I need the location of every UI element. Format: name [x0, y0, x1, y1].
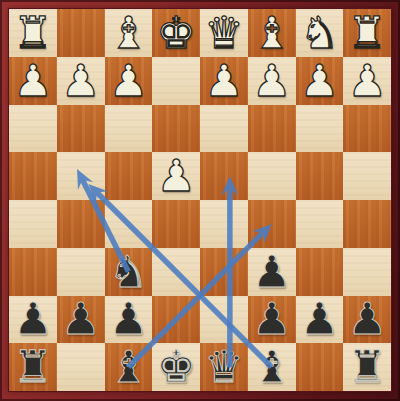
- piece-black-rook-a8[interactable]: ♜: [343, 343, 391, 391]
- square-b2[interactable]: ♟: [296, 57, 344, 105]
- square-g7[interactable]: ♟: [57, 296, 105, 344]
- square-c3[interactable]: [248, 105, 296, 153]
- square-h2[interactable]: ♟: [9, 57, 57, 105]
- square-b4[interactable]: [296, 152, 344, 200]
- square-a7[interactable]: ♟: [343, 296, 391, 344]
- square-d3[interactable]: [200, 105, 248, 153]
- square-h5[interactable]: [9, 200, 57, 248]
- square-a8[interactable]: ♜: [343, 343, 391, 391]
- piece-white-pawn-b2[interactable]: ♟: [296, 57, 344, 105]
- square-b5[interactable]: [296, 200, 344, 248]
- square-e1[interactable]: ♚: [152, 9, 200, 57]
- piece-black-queen-d8[interactable]: ♛: [200, 343, 248, 391]
- piece-black-pawn-c7[interactable]: ♟: [248, 296, 296, 344]
- square-h4[interactable]: [9, 152, 57, 200]
- square-g2[interactable]: ♟: [57, 57, 105, 105]
- square-b8[interactable]: [296, 343, 344, 391]
- square-e6[interactable]: [152, 248, 200, 296]
- square-e4[interactable]: ♟: [152, 152, 200, 200]
- square-g3[interactable]: [57, 105, 105, 153]
- piece-black-pawn-g7[interactable]: ♟: [57, 296, 105, 344]
- square-g4[interactable]: [57, 152, 105, 200]
- piece-white-pawn-e4[interactable]: ♟: [152, 152, 200, 200]
- square-h7[interactable]: ♟: [9, 296, 57, 344]
- piece-white-king-e1[interactable]: ♚: [152, 9, 200, 57]
- square-d1[interactable]: ♛: [200, 9, 248, 57]
- square-a3[interactable]: [343, 105, 391, 153]
- square-g1[interactable]: [57, 9, 105, 57]
- square-f7[interactable]: ♟: [105, 296, 153, 344]
- piece-white-knight-b1[interactable]: ♞: [296, 9, 344, 57]
- square-c6[interactable]: ♟: [248, 248, 296, 296]
- piece-white-pawn-c2[interactable]: ♟: [248, 57, 296, 105]
- square-f6[interactable]: ♞: [105, 248, 153, 296]
- square-a1[interactable]: ♜: [343, 9, 391, 57]
- piece-black-pawn-c6[interactable]: ♟: [248, 248, 296, 296]
- square-h1[interactable]: ♜: [9, 9, 57, 57]
- square-g8[interactable]: [57, 343, 105, 391]
- square-d2[interactable]: ♟: [200, 57, 248, 105]
- piece-white-bishop-f1[interactable]: ♝: [105, 9, 153, 57]
- square-e2[interactable]: [152, 57, 200, 105]
- square-b3[interactable]: [296, 105, 344, 153]
- square-e5[interactable]: [152, 200, 200, 248]
- square-e7[interactable]: [152, 296, 200, 344]
- piece-black-bishop-f8[interactable]: ♝: [105, 343, 153, 391]
- square-a4[interactable]: [343, 152, 391, 200]
- square-f8[interactable]: ♝: [105, 343, 153, 391]
- piece-white-queen-d1[interactable]: ♛: [200, 9, 248, 57]
- square-c2[interactable]: ♟: [248, 57, 296, 105]
- square-d6[interactable]: [200, 248, 248, 296]
- piece-white-pawn-a2[interactable]: ♟: [343, 57, 391, 105]
- square-c8[interactable]: ♝: [248, 343, 296, 391]
- piece-white-rook-a1[interactable]: ♜: [343, 9, 391, 57]
- piece-black-rook-h8[interactable]: ♜: [9, 343, 57, 391]
- piece-white-rook-h1[interactable]: ♜: [9, 9, 57, 57]
- square-a2[interactable]: ♟: [343, 57, 391, 105]
- square-a5[interactable]: [343, 200, 391, 248]
- square-h8[interactable]: ♜: [9, 343, 57, 391]
- square-h3[interactable]: [9, 105, 57, 153]
- piece-black-pawn-f7[interactable]: ♟: [105, 296, 153, 344]
- square-f1[interactable]: ♝: [105, 9, 153, 57]
- piece-white-bishop-c1[interactable]: ♝: [248, 9, 296, 57]
- square-e8[interactable]: ♚: [152, 343, 200, 391]
- square-f4[interactable]: [105, 152, 153, 200]
- square-b6[interactable]: [296, 248, 344, 296]
- square-g5[interactable]: [57, 200, 105, 248]
- piece-black-king-e8[interactable]: ♚: [152, 343, 200, 391]
- square-f3[interactable]: [105, 105, 153, 153]
- square-b7[interactable]: ♟: [296, 296, 344, 344]
- square-c5[interactable]: [248, 200, 296, 248]
- square-e3[interactable]: [152, 105, 200, 153]
- piece-black-bishop-c8[interactable]: ♝: [248, 343, 296, 391]
- piece-white-pawn-d2[interactable]: ♟: [200, 57, 248, 105]
- square-g6[interactable]: [57, 248, 105, 296]
- square-b1[interactable]: ♞: [296, 9, 344, 57]
- piece-white-pawn-g2[interactable]: ♟: [57, 57, 105, 105]
- square-a6[interactable]: [343, 248, 391, 296]
- board-frame: ♜♝♚♛♝♞♜♟♟♟♟♟♟♟♟♞♟♟♟♟♟♟♟♜♝♚♛♝♜: [0, 0, 400, 401]
- square-d7[interactable]: [200, 296, 248, 344]
- square-d8[interactable]: ♛: [200, 343, 248, 391]
- piece-black-pawn-b7[interactable]: ♟: [296, 296, 344, 344]
- piece-white-pawn-f2[interactable]: ♟: [105, 57, 153, 105]
- square-f5[interactable]: [105, 200, 153, 248]
- piece-black-pawn-h7[interactable]: ♟: [9, 296, 57, 344]
- square-d5[interactable]: [200, 200, 248, 248]
- piece-black-knight-f6[interactable]: ♞: [105, 248, 153, 296]
- square-c4[interactable]: [248, 152, 296, 200]
- chess-board[interactable]: ♜♝♚♛♝♞♜♟♟♟♟♟♟♟♟♞♟♟♟♟♟♟♟♜♝♚♛♝♜: [9, 9, 391, 391]
- piece-black-pawn-a7[interactable]: ♟: [343, 296, 391, 344]
- piece-white-pawn-h2[interactable]: ♟: [9, 57, 57, 105]
- square-d4[interactable]: [200, 152, 248, 200]
- square-h6[interactable]: [9, 248, 57, 296]
- square-c1[interactable]: ♝: [248, 9, 296, 57]
- square-f2[interactable]: ♟: [105, 57, 153, 105]
- square-c7[interactable]: ♟: [248, 296, 296, 344]
